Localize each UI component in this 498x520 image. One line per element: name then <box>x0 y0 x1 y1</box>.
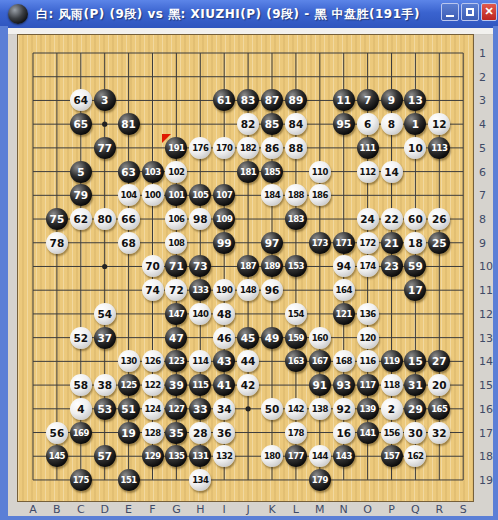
stone-white-move-122: 122 <box>142 374 164 396</box>
stone-white-move-178: 178 <box>285 422 307 444</box>
stone-black-move-93: 93 <box>333 374 355 396</box>
stone-white-move-176: 176 <box>189 137 211 159</box>
stone-black-move-141: 141 <box>357 422 379 444</box>
stone-black-move-185: 185 <box>261 161 283 183</box>
stone-white-move-156: 156 <box>381 422 403 444</box>
stone-black-move-97: 97 <box>261 232 283 254</box>
stone-black-move-159: 159 <box>285 327 307 349</box>
stone-black-move-157: 157 <box>381 445 403 467</box>
stone-white-move-18: 18 <box>404 232 426 254</box>
stone-black-move-19: 19 <box>118 422 140 444</box>
minimize-button[interactable] <box>441 3 459 21</box>
stone-white-move-14: 14 <box>381 161 403 183</box>
maximize-button[interactable] <box>461 3 479 21</box>
column-label-Q: Q <box>405 503 425 516</box>
stone-white-move-42: 42 <box>237 374 259 396</box>
column-label-E: E <box>119 503 139 516</box>
stone-white-move-172: 172 <box>357 232 379 254</box>
column-label-C: C <box>71 503 91 516</box>
stone-white-move-126: 126 <box>142 350 164 372</box>
stone-black-move-51: 51 <box>118 398 140 420</box>
stone-black-move-75: 75 <box>46 208 68 230</box>
column-label-H: H <box>190 503 210 516</box>
stone-white-move-30: 30 <box>404 422 426 444</box>
last-move-marker <box>162 134 171 143</box>
stone-black-move-183: 183 <box>285 208 307 230</box>
column-label-F: F <box>143 503 163 516</box>
stone-black-move-37: 37 <box>94 327 116 349</box>
stone-white-move-118: 118 <box>381 374 403 396</box>
stone-black-move-23: 23 <box>381 255 403 277</box>
stone-white-move-86: 86 <box>261 137 283 159</box>
go-client-window: 白: 风雨(P) (9段) vs 黑: XIUZHI(P) (9段) - 黑 中… <box>0 0 498 520</box>
column-label-J: J <box>238 503 258 516</box>
stone-black-move-77: 77 <box>94 137 116 159</box>
stone-black-move-65: 65 <box>70 113 92 135</box>
stone-white-move-6: 6 <box>357 113 379 135</box>
column-label-I: I <box>214 503 234 516</box>
stone-black-move-117: 117 <box>357 374 379 396</box>
stone-black-move-3: 3 <box>94 89 116 111</box>
column-label-D: D <box>95 503 115 516</box>
stone-black-move-125: 125 <box>118 374 140 396</box>
stone-black-move-25: 25 <box>428 232 450 254</box>
stone-white-move-22: 22 <box>381 208 403 230</box>
column-label-G: G <box>166 503 186 516</box>
app-logo-icon <box>8 4 28 24</box>
column-label-M: M <box>310 503 330 516</box>
stone-white-move-138: 138 <box>309 398 331 420</box>
stone-black-move-99: 99 <box>213 232 235 254</box>
stone-white-move-160: 160 <box>309 327 331 349</box>
stone-white-move-128: 128 <box>142 422 164 444</box>
stone-black-move-53: 53 <box>94 398 116 420</box>
minimize-icon <box>446 15 454 17</box>
stone-white-move-50: 50 <box>261 398 283 420</box>
stone-black-move-35: 35 <box>165 422 187 444</box>
stone-black-move-177: 177 <box>285 445 307 467</box>
stone-white-move-84: 84 <box>285 113 307 135</box>
column-label-P: P <box>382 503 402 516</box>
column-label-K: K <box>262 503 282 516</box>
close-button[interactable]: ✕ <box>481 3 497 21</box>
stone-white-move-74: 74 <box>142 279 164 301</box>
stone-black-move-11: 11 <box>333 89 355 111</box>
stone-black-move-45: 45 <box>237 327 259 349</box>
stone-black-move-175: 175 <box>70 469 92 491</box>
stone-black-move-169: 169 <box>70 422 92 444</box>
stone-white-move-68: 68 <box>118 232 140 254</box>
stone-black-move-91: 91 <box>309 374 331 396</box>
maximize-icon <box>466 8 474 16</box>
column-label-S: S <box>453 503 473 516</box>
stone-white-move-92: 92 <box>333 398 355 420</box>
column-label-L: L <box>286 503 306 516</box>
stone-white-move-48: 48 <box>213 303 235 325</box>
stone-black-move-171: 171 <box>333 232 355 254</box>
stone-white-move-56: 56 <box>46 422 68 444</box>
stone-black-move-63: 63 <box>118 161 140 183</box>
stone-white-move-124: 124 <box>142 398 164 420</box>
stone-white-move-88: 88 <box>285 137 307 159</box>
stone-white-move-170: 170 <box>213 137 235 159</box>
stone-white-move-16: 16 <box>333 422 355 444</box>
stone-black-move-7: 7 <box>357 89 379 111</box>
stone-white-move-186: 186 <box>309 184 331 206</box>
stone-black-move-9: 9 <box>381 89 403 111</box>
stone-white-move-108: 108 <box>165 232 187 254</box>
stone-white-move-34: 34 <box>213 398 235 420</box>
stone-black-move-103: 103 <box>142 161 164 183</box>
stone-white-move-32: 32 <box>428 422 450 444</box>
stone-white-move-4: 4 <box>70 398 92 420</box>
stone-white-move-80: 80 <box>94 208 116 230</box>
stone-black-move-129: 129 <box>142 445 164 467</box>
stone-white-move-144: 144 <box>309 445 331 467</box>
stone-black-move-49: 49 <box>261 327 283 349</box>
stone-white-move-36: 36 <box>213 422 235 444</box>
stone-white-move-46: 46 <box>213 327 235 349</box>
stone-black-move-165: 165 <box>428 398 450 420</box>
stone-black-move-119: 119 <box>381 350 403 372</box>
stone-white-move-164: 164 <box>333 279 355 301</box>
stone-black-move-57: 57 <box>94 445 116 467</box>
stone-black-move-151: 151 <box>118 469 140 491</box>
stone-black-move-113: 113 <box>428 137 450 159</box>
stone-white-move-112: 112 <box>357 161 379 183</box>
stone-black-move-5: 5 <box>70 161 92 183</box>
stone-white-move-110: 110 <box>309 161 331 183</box>
column-label-N: N <box>334 503 354 516</box>
stone-white-move-120: 120 <box>357 327 379 349</box>
stone-white-move-102: 102 <box>165 161 187 183</box>
stone-white-move-28: 28 <box>189 422 211 444</box>
stone-black-move-21: 21 <box>381 232 403 254</box>
column-label-O: O <box>358 503 378 516</box>
stone-black-move-143: 143 <box>333 445 355 467</box>
window-frame-bottom <box>0 516 498 520</box>
stone-black-move-145: 145 <box>46 445 68 467</box>
stone-black-move-95: 95 <box>333 113 355 135</box>
stone-white-move-130: 130 <box>118 350 140 372</box>
stone-black-move-33: 33 <box>189 398 211 420</box>
stone-white-move-2: 2 <box>381 398 403 420</box>
window-title: 白: 风雨(P) (9段) vs 黑: XIUZHI(P) (9段) - 黑 中… <box>36 6 420 23</box>
stone-white-move-94: 94 <box>333 255 355 277</box>
stone-black-move-167: 167 <box>309 350 331 372</box>
stone-white-move-70: 70 <box>142 255 164 277</box>
stone-black-move-111: 111 <box>357 137 379 159</box>
stone-white-move-168: 168 <box>333 350 355 372</box>
stone-white-move-174: 174 <box>357 255 379 277</box>
stone-black-move-173: 173 <box>309 232 331 254</box>
stone-white-move-52: 52 <box>70 327 92 349</box>
stone-white-move-136: 136 <box>357 303 379 325</box>
stone-black-move-181: 181 <box>237 161 259 183</box>
stone-white-move-182: 182 <box>237 137 259 159</box>
stone-white-move-116: 116 <box>357 350 379 372</box>
window-frame-left <box>0 26 8 520</box>
stone-white-move-142: 142 <box>285 398 307 420</box>
stone-black-move-79: 79 <box>70 184 92 206</box>
window-frame-right <box>493 26 498 520</box>
stone-white-move-54: 54 <box>94 303 116 325</box>
stone-black-move-121: 121 <box>333 303 355 325</box>
stone-black-move-85: 85 <box>261 113 283 135</box>
stone-black-move-81: 81 <box>118 113 140 135</box>
stone-white-move-154: 154 <box>285 303 307 325</box>
stone-black-move-179: 179 <box>309 469 331 491</box>
column-label-A: A <box>23 503 43 516</box>
column-label-B: B <box>47 503 67 516</box>
close-icon: ✕ <box>484 5 493 17</box>
stone-white-move-62: 62 <box>70 208 92 230</box>
column-label-R: R <box>429 503 449 516</box>
stone-white-move-8: 8 <box>381 113 403 135</box>
stone-white-move-104: 104 <box>118 184 140 206</box>
stone-white-move-58: 58 <box>70 374 92 396</box>
stone-black-move-139: 139 <box>357 398 379 420</box>
stone-black-move-47: 47 <box>165 327 187 349</box>
stone-white-move-78: 78 <box>46 232 68 254</box>
stone-white-move-66: 66 <box>118 208 140 230</box>
stone-white-move-38: 38 <box>94 374 116 396</box>
stone-white-move-24: 24 <box>357 208 379 230</box>
title-bar[interactable]: 白: 风雨(P) (9段) vs 黑: XIUZHI(P) (9段) - 黑 中… <box>0 0 498 28</box>
stone-white-move-100: 100 <box>142 184 164 206</box>
